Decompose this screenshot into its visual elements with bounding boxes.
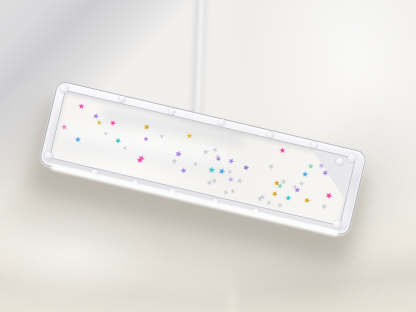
rivet-bump	[334, 157, 344, 167]
photo-scene: ★★★★★★★★★★★★★★★★★★★★★★★★★★★★★★★★★★★★★★★★…	[0, 0, 416, 312]
rivet-bump	[310, 141, 318, 149]
rivet-bump	[167, 108, 175, 116]
rivet-bump	[332, 220, 343, 231]
rivet-bump	[118, 95, 126, 103]
rivet-bump	[59, 83, 70, 94]
rivet-bump	[266, 131, 274, 139]
rivet-bump	[217, 118, 225, 126]
rivet-bump	[44, 151, 54, 161]
rivet-bump	[346, 152, 357, 163]
